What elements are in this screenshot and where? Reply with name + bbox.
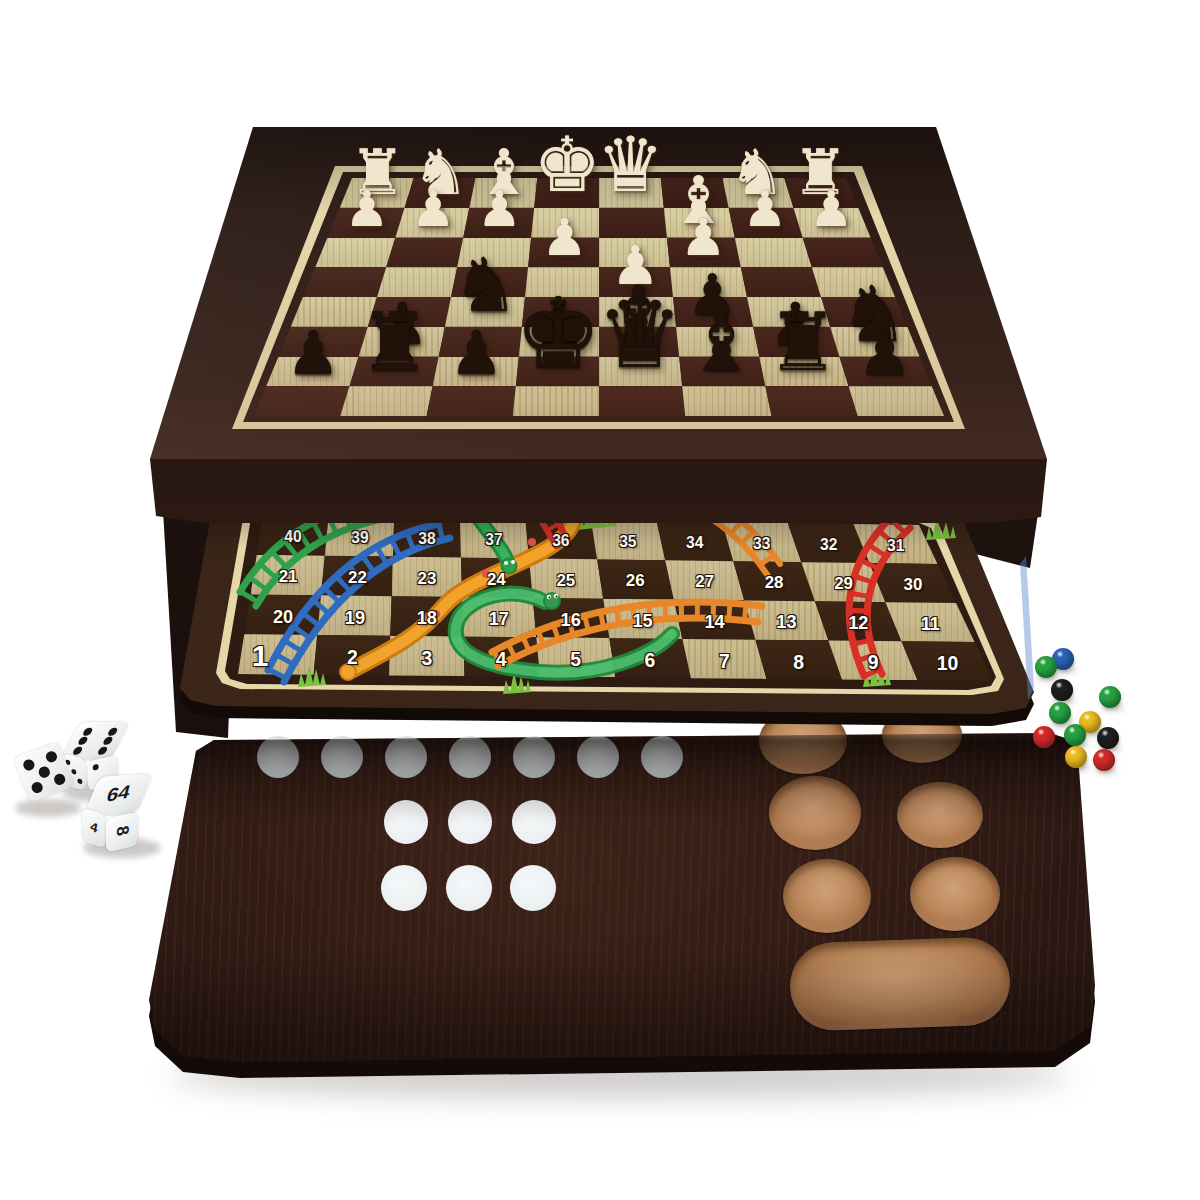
marble-highlight (1039, 659, 1047, 666)
snl-number-38: 38 (418, 530, 435, 548)
chess-piece-bQ[interactable]: ♛ (597, 286, 684, 383)
snl-number-1: 1 (252, 639, 269, 673)
chess-square-r7c4 (599, 386, 685, 416)
marble-highlight (1053, 705, 1061, 712)
mancala-pit-5 (783, 859, 871, 933)
solitaire-hole (385, 736, 427, 778)
snl-number-5: 5 (570, 648, 581, 671)
snl-number-34: 34 (686, 534, 703, 552)
floor-shadow (170, 1052, 1070, 1098)
solitaire-hole (381, 865, 427, 911)
snl-number-26: 26 (626, 571, 645, 591)
snl-number-30: 30 (904, 575, 923, 595)
chess-square-r2c7 (803, 238, 883, 268)
chess-square-r2c0 (315, 238, 395, 268)
chess-piece-bK[interactable]: ♚ (515, 286, 602, 383)
chess-square-r7c5 (682, 386, 771, 416)
snl-number-23: 23 (418, 569, 437, 589)
snl-number-20: 20 (273, 606, 293, 627)
solitaire-hole (513, 736, 555, 778)
snl-number-3: 3 (421, 646, 432, 669)
chess-piece-wP[interactable]: ♟ (680, 212, 726, 264)
snl-number-31: 31 (887, 537, 904, 555)
mancala-pit-2 (882, 707, 962, 763)
chess-piece-wP[interactable]: ♟ (345, 185, 389, 234)
snl-number-9: 9 (868, 651, 879, 674)
chess-square-r7c1 (340, 386, 432, 416)
marble-black[interactable] (1051, 679, 1073, 701)
snl-number-22: 22 (348, 568, 367, 588)
die-face-8: 8 (106, 812, 138, 853)
chess-piece-wP[interactable]: ♟ (809, 185, 853, 234)
solitaire-hole (510, 865, 556, 911)
snl-number-13: 13 (776, 612, 796, 633)
snl-number-4: 4 (496, 647, 507, 670)
marble-green[interactable] (1049, 702, 1071, 724)
snl-number-10: 10 (937, 652, 959, 675)
snl-number-18: 18 (417, 608, 437, 629)
snl-number-32: 32 (820, 536, 837, 554)
marble-yellow[interactable] (1065, 746, 1087, 768)
chess-piece-bP[interactable]: ♟ (286, 323, 340, 383)
snl-number-19: 19 (345, 607, 365, 628)
marble-highlight (1101, 730, 1109, 737)
chess-piece-bN[interactable]: ♞ (452, 249, 519, 323)
marble-red[interactable] (1093, 749, 1115, 771)
snl-number-37: 37 (485, 531, 502, 549)
snl-square-1 (238, 634, 317, 674)
chess-square-r2c6 (735, 238, 812, 268)
marble-highlight (1103, 689, 1111, 696)
chess-piece-wP[interactable]: ♟ (743, 185, 787, 234)
snl-number-2: 2 (347, 646, 358, 669)
snl-number-17: 17 (489, 609, 509, 630)
solitaire-hole (257, 736, 299, 778)
snl-number-29: 29 (834, 574, 853, 594)
marble-highlight (1037, 729, 1045, 736)
marble-green[interactable] (1035, 656, 1057, 678)
solitaire-hole (446, 865, 492, 911)
snl-number-15: 15 (632, 610, 652, 631)
chess-piece-bP[interactable]: ♟ (858, 323, 912, 383)
snl-number-16: 16 (561, 610, 581, 631)
game-set-scene: 4039383736353433323121222324252627282930… (0, 0, 1200, 1200)
chess-piece-bB[interactable]: ♝ (686, 302, 758, 382)
chess-square-r3c0 (303, 267, 386, 297)
snl-number-12: 12 (848, 613, 868, 634)
marble-highlight (1097, 752, 1105, 759)
solitaire-hole (512, 800, 556, 844)
solitaire-hole (641, 736, 683, 778)
snl-number-39: 39 (351, 529, 368, 547)
cast-shadow (15, 799, 81, 817)
chess-piece-bR[interactable]: ♜ (359, 302, 431, 382)
solitaire-hole (577, 736, 619, 778)
die-face-4: 4 (82, 808, 106, 849)
snl-number-24: 24 (487, 570, 506, 590)
chess-piece-bP[interactable]: ♟ (450, 323, 504, 383)
snl-number-36: 36 (552, 532, 569, 550)
snl-number-40: 40 (284, 528, 301, 546)
marble-highlight (1083, 714, 1091, 721)
snl-number-25: 25 (556, 571, 575, 591)
snl-number-35: 35 (619, 533, 636, 551)
chess-square-r7c7 (849, 386, 944, 416)
chess-piece-wP[interactable]: ♟ (541, 212, 587, 264)
chess-square-r7c6 (765, 386, 857, 416)
solitaire-hole (448, 800, 492, 844)
snl-number-28: 28 (765, 573, 784, 593)
chess-piece-wP[interactable]: ♟ (411, 185, 455, 234)
chess-square-r1c4 (599, 208, 667, 238)
snl-number-11: 11 (921, 614, 940, 635)
marble-red[interactable] (1033, 726, 1055, 748)
solitaire-hole (384, 800, 428, 844)
chess-piece-wP[interactable]: ♟ (477, 185, 521, 234)
chess-piece-wK[interactable]: ♚ (533, 128, 601, 204)
marble-highlight (1069, 749, 1077, 756)
marble-highlight (1056, 651, 1064, 658)
mancala-pit-4 (897, 782, 983, 848)
chess-square-r7c0 (254, 386, 349, 416)
marble-highlight (1068, 727, 1076, 734)
snl-number-33: 33 (753, 535, 770, 553)
mancala-pit-3 (769, 776, 861, 850)
chess-piece-wQ[interactable]: ♛ (597, 128, 665, 204)
snl-number-27: 27 (695, 572, 714, 592)
chess-square-r7c2 (427, 386, 516, 416)
snl-number-6: 6 (645, 649, 656, 672)
mancala-pit-1 (759, 708, 847, 774)
snl-number-21: 21 (279, 567, 298, 587)
snl-number-14: 14 (704, 611, 724, 632)
snl-number-8: 8 (793, 650, 804, 673)
marble-green[interactable] (1099, 686, 1121, 708)
chess-square-r7c3 (513, 386, 599, 416)
solitaire-hole (321, 736, 363, 778)
snl-number-7: 7 (719, 649, 730, 672)
mancala-store (789, 936, 1012, 1032)
marble-green[interactable] (1064, 724, 1086, 746)
chess-piece-bR[interactable]: ♜ (767, 302, 839, 382)
mancala-pit-6 (910, 857, 1000, 931)
solitaire-hole (449, 736, 491, 778)
marble-highlight (1055, 682, 1063, 689)
marble-black[interactable] (1097, 727, 1119, 749)
